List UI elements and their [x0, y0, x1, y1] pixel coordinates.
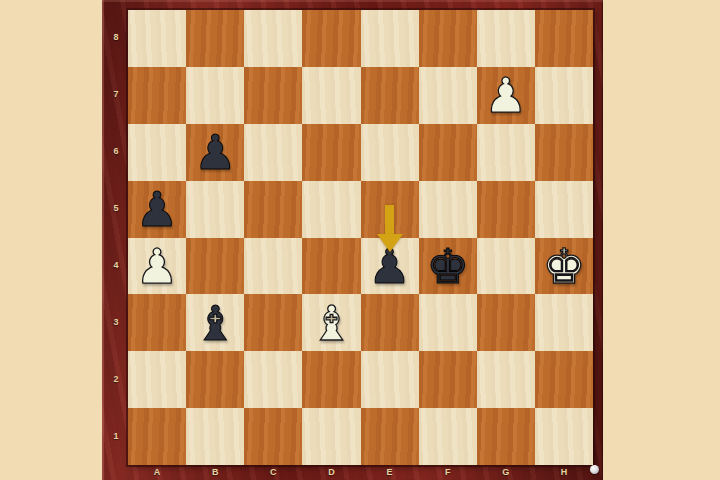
square-g7[interactable]: ♟: [477, 67, 535, 124]
square-f6[interactable]: [419, 124, 477, 181]
square-a6[interactable]: [128, 124, 186, 181]
square-b1[interactable]: [186, 408, 244, 465]
square-f8[interactable]: [419, 10, 477, 67]
arrow-shaft: [385, 205, 394, 235]
square-h1[interactable]: [535, 408, 593, 465]
square-g8[interactable]: [477, 10, 535, 67]
file-label-b: B: [186, 467, 244, 478]
board: ♟♟♟♟♟♚♚♝♝: [128, 10, 593, 465]
square-d7[interactable]: [302, 67, 360, 124]
square-b2[interactable]: [186, 351, 244, 408]
square-e8[interactable]: [361, 10, 419, 67]
square-h8[interactable]: [535, 10, 593, 67]
file-label-c: C: [244, 467, 302, 478]
square-c6[interactable]: [244, 124, 302, 181]
chessboard-frame: ♟♟♟♟♟♚♚♝♝ 87654321 ABCDEFGH: [102, 0, 603, 480]
square-g5[interactable]: [477, 181, 535, 238]
square-b8[interactable]: [186, 10, 244, 67]
white-to-move-indicator: [590, 465, 599, 474]
square-e2[interactable]: [361, 351, 419, 408]
rank-label-5: 5: [107, 203, 125, 213]
white-king[interactable]: ♚: [542, 242, 585, 290]
square-d8[interactable]: [302, 10, 360, 67]
square-g2[interactable]: [477, 351, 535, 408]
rank-label-8: 8: [107, 32, 125, 42]
square-h2[interactable]: [535, 351, 593, 408]
file-label-h: H: [535, 467, 593, 478]
square-c1[interactable]: [244, 408, 302, 465]
square-h7[interactable]: [535, 67, 593, 124]
square-a1[interactable]: [128, 408, 186, 465]
square-f1[interactable]: [419, 408, 477, 465]
square-c7[interactable]: [244, 67, 302, 124]
rank-label-3: 3: [107, 317, 125, 327]
square-a3[interactable]: [128, 294, 186, 351]
black-pawn[interactable]: ♟: [136, 185, 179, 233]
file-label-a: A: [128, 467, 186, 478]
square-e7[interactable]: [361, 67, 419, 124]
arrow-head: [377, 234, 403, 252]
square-a2[interactable]: [128, 351, 186, 408]
white-bishop[interactable]: ♝: [310, 299, 353, 347]
square-h4[interactable]: ♚: [535, 238, 593, 295]
square-c2[interactable]: [244, 351, 302, 408]
square-g6[interactable]: [477, 124, 535, 181]
square-g4[interactable]: [477, 238, 535, 295]
square-e1[interactable]: [361, 408, 419, 465]
square-c5[interactable]: [244, 181, 302, 238]
square-b5[interactable]: [186, 181, 244, 238]
black-bishop[interactable]: ♝: [194, 299, 237, 347]
square-a4[interactable]: ♟: [128, 238, 186, 295]
square-f5[interactable]: [419, 181, 477, 238]
rank-label-4: 4: [107, 260, 125, 270]
file-label-e: E: [361, 467, 419, 478]
black-pawn[interactable]: ♟: [194, 128, 237, 176]
rank-label-2: 2: [107, 374, 125, 384]
file-label-d: D: [302, 467, 360, 478]
square-a5[interactable]: ♟: [128, 181, 186, 238]
square-a7[interactable]: [128, 67, 186, 124]
square-h3[interactable]: [535, 294, 593, 351]
rank-label-1: 1: [107, 431, 125, 441]
white-pawn[interactable]: ♟: [136, 242, 179, 290]
square-e3[interactable]: [361, 294, 419, 351]
square-d6[interactable]: [302, 124, 360, 181]
square-e6[interactable]: [361, 124, 419, 181]
file-label-g: G: [477, 467, 535, 478]
square-c4[interactable]: [244, 238, 302, 295]
square-h6[interactable]: [535, 124, 593, 181]
square-g1[interactable]: [477, 408, 535, 465]
square-d5[interactable]: [302, 181, 360, 238]
square-c8[interactable]: [244, 10, 302, 67]
square-d2[interactable]: [302, 351, 360, 408]
square-g3[interactable]: [477, 294, 535, 351]
white-pawn[interactable]: ♟: [484, 71, 527, 119]
square-b3[interactable]: ♝: [186, 294, 244, 351]
square-f7[interactable]: [419, 67, 477, 124]
rank-label-6: 6: [107, 146, 125, 156]
square-b4[interactable]: [186, 238, 244, 295]
square-c3[interactable]: [244, 294, 302, 351]
page-background: ♟♟♟♟♟♚♚♝♝ 87654321 ABCDEFGH: [0, 0, 720, 480]
file-label-f: F: [419, 467, 477, 478]
square-a8[interactable]: [128, 10, 186, 67]
square-h5[interactable]: [535, 181, 593, 238]
square-f2[interactable]: [419, 351, 477, 408]
square-f3[interactable]: [419, 294, 477, 351]
square-d4[interactable]: [302, 238, 360, 295]
rank-label-7: 7: [107, 89, 125, 99]
square-d3[interactable]: ♝: [302, 294, 360, 351]
square-f4[interactable]: ♚: [419, 238, 477, 295]
square-b6[interactable]: ♟: [186, 124, 244, 181]
black-king[interactable]: ♚: [426, 242, 469, 290]
square-b7[interactable]: [186, 67, 244, 124]
square-d1[interactable]: [302, 408, 360, 465]
